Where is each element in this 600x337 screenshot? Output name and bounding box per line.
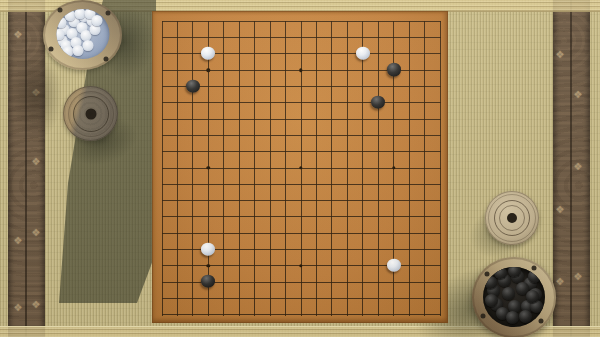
fabric-motif-icon: ❖ <box>574 162 583 172</box>
tatami-mat: ❖❖❖❖❖❖❖ ❖❖❖❖❖❖ <box>0 0 600 337</box>
grid-line-horizontal <box>162 86 441 87</box>
lid-ring <box>73 96 109 132</box>
tatami-border-strip-right: ❖❖❖❖❖❖ <box>553 0 590 337</box>
stone-black-D3 <box>201 275 215 288</box>
bowl-rim-dot <box>532 265 537 270</box>
grid-line-vertical <box>362 21 363 315</box>
grid-line-horizontal <box>162 233 441 234</box>
fabric-motif-icon: ❖ <box>32 157 41 167</box>
bowl-rim-dot <box>104 57 109 62</box>
bowl-stone-black <box>526 290 539 302</box>
star-point <box>392 166 395 169</box>
closed-bowl-lid-left <box>63 86 118 141</box>
bowl-stone-black <box>484 276 497 288</box>
fabric-motif-icon: ❖ <box>14 236 23 246</box>
white-stone-bowl <box>43 0 122 70</box>
fabric-motif-icon: ❖ <box>32 300 41 310</box>
lid-center-dot <box>507 213 517 223</box>
stone-white-D17 <box>201 47 215 60</box>
bowl-stone-black <box>506 311 519 323</box>
bowl-stone-black <box>485 294 498 306</box>
stone-white-O17 <box>356 47 370 60</box>
bowl-stone-black <box>508 267 521 277</box>
grid-line-horizontal <box>162 119 441 120</box>
bowl-stone-white <box>72 45 83 55</box>
grid-line-horizontal <box>162 314 441 315</box>
bowl-stone-black <box>502 287 515 299</box>
lid-ring <box>68 91 114 137</box>
bowl-stone-black <box>528 270 541 282</box>
bowl-rim-dot <box>106 10 111 15</box>
bowl-rim-dot <box>539 319 544 324</box>
strip-divider <box>570 0 572 337</box>
black-stone-bowl-interior <box>483 267 545 327</box>
grid-line-horizontal <box>162 135 441 136</box>
grid-line-vertical <box>409 21 410 315</box>
grid-line-horizontal <box>162 151 441 152</box>
grid-line-vertical <box>424 21 425 315</box>
fabric-motif-icon: ❖ <box>32 228 41 238</box>
fabric-motif-icon: ❖ <box>14 303 23 313</box>
stone-black-C15 <box>186 79 200 92</box>
fabric-motif-icon: ❖ <box>556 277 565 287</box>
go-board[interactable] <box>152 11 448 323</box>
grid-line-horizontal <box>162 298 441 299</box>
stone-white-Q4 <box>387 258 401 271</box>
grid-line-horizontal <box>162 216 441 217</box>
bowl-stone-black <box>519 310 532 322</box>
grid-line-vertical <box>331 21 332 315</box>
star-point <box>299 166 302 169</box>
star-point <box>207 68 210 71</box>
stone-white-D5 <box>201 242 215 255</box>
lid-center-dot <box>85 108 96 119</box>
fabric-motif-icon: ❖ <box>14 30 23 40</box>
star-point <box>299 264 302 267</box>
star-point <box>299 68 302 71</box>
fabric-motif-icon: ❖ <box>574 90 583 100</box>
grid-line-horizontal <box>162 200 441 201</box>
grid-line-vertical <box>440 21 441 315</box>
grid-line-vertical <box>347 21 348 315</box>
strip-divider <box>25 0 27 337</box>
grid-line-vertical <box>316 21 317 315</box>
star-point <box>207 264 210 267</box>
star-point <box>207 166 210 169</box>
bowl-stone-white <box>91 15 102 25</box>
grid-line-horizontal <box>162 184 441 185</box>
stone-black-P14 <box>371 95 385 108</box>
fabric-motif-icon: ❖ <box>556 50 565 60</box>
grid-line-horizontal <box>162 102 441 103</box>
grid-line-horizontal <box>162 21 441 22</box>
white-stone-bowl-interior <box>56 9 109 59</box>
fabric-motif-icon: ❖ <box>556 205 565 215</box>
grid-line-vertical <box>378 21 379 315</box>
fabric-motif-icon: ❖ <box>32 88 41 98</box>
bowl-rim-dot <box>484 271 489 276</box>
fabric-motif-icon: ❖ <box>574 272 583 282</box>
bowl-stone-white <box>89 24 100 34</box>
bowl-rim-dot <box>49 46 54 51</box>
tatami-border-strip-left: ❖❖❖❖❖❖❖ <box>8 0 45 337</box>
closed-bowl-lid-right <box>485 191 539 245</box>
grid-line-horizontal <box>162 37 441 38</box>
bowl-rim-dot <box>57 7 62 12</box>
bowl-stone-black <box>494 267 507 279</box>
bowl-stone-white <box>82 40 93 50</box>
black-stone-bowl <box>472 257 556 337</box>
stone-black-Q16 <box>387 63 401 76</box>
bowl-rim-dot <box>480 313 485 318</box>
